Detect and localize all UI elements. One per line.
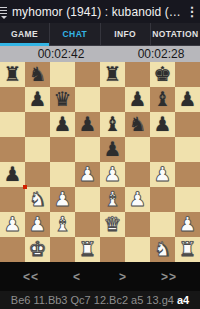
square-e4[interactable]: ♟ <box>100 162 125 187</box>
square-h8[interactable] <box>175 62 200 87</box>
back-button[interactable]: < <box>65 270 89 284</box>
piece-black-bishop: ♝ <box>154 87 172 112</box>
piece-black-rook: ♜ <box>104 62 122 87</box>
square-f4[interactable] <box>125 162 150 187</box>
piece-white-pawn: ♟ <box>54 187 72 212</box>
square-f1[interactable] <box>125 237 150 262</box>
piece-black-king: ♚ <box>154 62 172 87</box>
piece-white-bishop: ♝ <box>104 187 122 212</box>
square-e8[interactable]: ♜ <box>100 62 125 87</box>
tab-notation[interactable]: NOTATION <box>150 23 200 45</box>
square-f5[interactable] <box>125 137 150 162</box>
game-title: myhomor (1941) : kubanoid (20… <box>12 5 184 19</box>
square-g1[interactable]: ♞ <box>150 237 175 262</box>
menu-icon[interactable] <box>0 4 9 20</box>
white-clock: 00:02:42 <box>11 47 111 61</box>
piece-black-pawn: ♟ <box>179 87 197 112</box>
chess-board: ♜♞♜♚♟♛♟♝♟♟♟♝♞♟♟♟♟♟♟♞♟♝♟♟♟♝♛♟♚♜♞♜ <box>0 62 200 262</box>
move-list: Be6 11.Bb3 Qc7 12.Bc2 a5 13.g4 <box>11 294 177 306</box>
piece-white-pawn: ♟ <box>154 162 172 187</box>
square-c2[interactable]: ♝ <box>50 212 75 237</box>
square-b1[interactable]: ♚ <box>25 237 50 262</box>
square-d1[interactable]: ♜ <box>75 237 100 262</box>
piece-white-pawn: ♟ <box>129 187 147 212</box>
piece-black-pawn: ♟ <box>79 112 97 137</box>
square-a3[interactable] <box>0 187 25 212</box>
square-a6[interactable] <box>0 112 25 137</box>
square-b7[interactable]: ♟ <box>25 87 50 112</box>
square-a7[interactable] <box>0 87 25 112</box>
tab-bar: GAME CHAT INFO NOTATION <box>0 23 200 46</box>
clock-bar: 00:02:42 00:02:28 <box>0 46 200 62</box>
piece-white-bishop: ♝ <box>54 212 72 237</box>
piece-white-knight: ♞ <box>154 237 172 262</box>
go-end-button[interactable]: >> <box>157 270 181 284</box>
square-e5[interactable]: ♟ <box>100 137 125 162</box>
square-e2[interactable]: ♛ <box>100 212 125 237</box>
square-f8[interactable] <box>125 62 150 87</box>
square-h5[interactable] <box>175 137 200 162</box>
square-g4[interactable]: ♟ <box>150 162 175 187</box>
square-c4[interactable] <box>50 162 75 187</box>
square-e3[interactable]: ♝ <box>100 187 125 212</box>
square-b4[interactable] <box>25 162 50 187</box>
piece-black-knight: ♞ <box>29 62 47 87</box>
square-a5[interactable] <box>0 137 25 162</box>
forward-button[interactable]: > <box>111 270 135 284</box>
square-d2[interactable] <box>75 212 100 237</box>
piece-black-queen: ♛ <box>54 87 72 112</box>
piece-white-rook: ♜ <box>179 237 197 262</box>
piece-black-pawn: ♟ <box>29 87 47 112</box>
square-g5[interactable] <box>150 137 175 162</box>
caret-down-icon <box>1 16 7 19</box>
tab-chat[interactable]: CHAT <box>49 23 99 45</box>
piece-white-pawn: ♟ <box>79 162 97 187</box>
square-h3[interactable] <box>175 187 200 212</box>
square-g6[interactable]: ♟ <box>150 112 175 137</box>
square-b2[interactable]: ♟ <box>25 212 50 237</box>
square-c6[interactable]: ♟ <box>50 112 75 137</box>
square-f3[interactable]: ♟ <box>125 187 150 212</box>
square-f7[interactable]: ♟ <box>125 87 150 112</box>
square-e7[interactable] <box>100 87 125 112</box>
current-move: a4 <box>177 294 189 306</box>
square-b3[interactable]: ♞ <box>25 187 50 212</box>
chess-app-window: myhomor (1941) : kubanoid (20… ⋮ GAME CH… <box>0 0 200 309</box>
piece-black-pawn: ♟ <box>4 162 22 187</box>
piece-black-pawn: ♟ <box>154 112 172 137</box>
notation-line[interactable]: Be6 11.Bb3 Qc7 12.Bc2 a5 13.g4 a4 <box>0 291 200 309</box>
square-d5[interactable] <box>75 137 100 162</box>
square-a2[interactable]: ♟ <box>0 212 25 237</box>
square-b8[interactable]: ♞ <box>25 62 50 87</box>
square-d8[interactable] <box>75 62 100 87</box>
black-clock: 00:02:28 <box>111 47 200 61</box>
square-g8[interactable]: ♚ <box>150 62 175 87</box>
square-c3[interactable]: ♟ <box>50 187 75 212</box>
square-c5[interactable] <box>50 137 75 162</box>
square-b6[interactable] <box>25 112 50 137</box>
go-start-button[interactable]: << <box>19 270 43 284</box>
piece-white-pawn: ♟ <box>29 212 47 237</box>
piece-black-knight: ♞ <box>129 112 147 137</box>
square-h4[interactable] <box>175 162 200 187</box>
overflow-menu-icon[interactable]: ⋮ <box>184 0 200 23</box>
last-move-marker <box>23 185 27 189</box>
square-h6[interactable] <box>175 112 200 137</box>
tab-game[interactable]: GAME <box>0 23 49 45</box>
piece-white-king: ♚ <box>29 237 47 262</box>
piece-white-pawn: ♟ <box>104 162 122 187</box>
piece-black-pawn: ♟ <box>129 87 147 112</box>
square-g2[interactable] <box>150 212 175 237</box>
square-c8[interactable] <box>50 62 75 87</box>
square-b5[interactable] <box>25 137 50 162</box>
move-nav-bar: << < > >> <box>0 262 200 291</box>
square-a8[interactable]: ♜ <box>0 62 25 87</box>
piece-white-pawn: ♟ <box>179 212 197 237</box>
square-a1[interactable] <box>0 237 25 262</box>
square-g7[interactable]: ♝ <box>150 87 175 112</box>
action-bar: myhomor (1941) : kubanoid (20… ⋮ <box>0 0 200 23</box>
piece-black-rook: ♜ <box>4 62 22 87</box>
tab-info[interactable]: INFO <box>100 23 150 45</box>
piece-black-bishop: ♝ <box>104 112 122 137</box>
piece-white-rook: ♜ <box>79 237 97 262</box>
square-h1[interactable]: ♜ <box>175 237 200 262</box>
piece-black-pawn: ♟ <box>104 137 122 162</box>
square-a4[interactable]: ♟ <box>0 162 25 187</box>
square-h7[interactable]: ♟ <box>175 87 200 112</box>
piece-white-pawn: ♟ <box>4 212 22 237</box>
square-g3[interactable] <box>150 187 175 212</box>
square-e6[interactable]: ♝ <box>100 112 125 137</box>
square-d6[interactable]: ♟ <box>75 112 100 137</box>
square-c7[interactable]: ♛ <box>50 87 75 112</box>
square-c1[interactable] <box>50 237 75 262</box>
square-e1[interactable] <box>100 237 125 262</box>
piece-black-pawn: ♟ <box>54 112 72 137</box>
square-d7[interactable] <box>75 87 100 112</box>
piece-white-knight: ♞ <box>29 187 47 212</box>
square-d4[interactable]: ♟ <box>75 162 100 187</box>
square-h2[interactable]: ♟ <box>175 212 200 237</box>
square-d3[interactable] <box>75 187 100 212</box>
square-f2[interactable] <box>125 212 150 237</box>
square-f6[interactable]: ♞ <box>125 112 150 137</box>
piece-white-queen: ♛ <box>104 212 122 237</box>
